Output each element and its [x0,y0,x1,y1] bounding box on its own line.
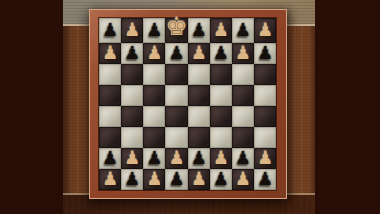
tan-piece[interactable]: ♟ [191,170,207,188]
square-e7[interactable]: ♟ [188,43,210,64]
square-a3[interactable] [99,127,121,148]
square-h6[interactable] [254,64,276,85]
square-f7[interactable]: ♟ [210,43,232,64]
square-g8[interactable]: ♟ [232,18,254,43]
square-g7[interactable]: ♟ [232,43,254,64]
black-piece[interactable]: ♟ [168,44,184,62]
tan-piece[interactable]: ♟ [124,149,140,167]
square-f3[interactable] [210,127,232,148]
black-piece[interactable]: ♟ [124,44,140,62]
square-d3[interactable] [165,127,187,148]
tan-piece[interactable]: ♟ [102,44,118,62]
square-h4[interactable] [254,106,276,127]
square-c8[interactable]: ♟ [143,18,165,43]
tan-piece[interactable]: ♟ [213,21,229,39]
square-g3[interactable] [232,127,254,148]
black-piece[interactable]: ♟ [146,21,162,39]
square-e4[interactable] [188,106,210,127]
black-piece[interactable]: ♟ [235,21,251,39]
square-c7[interactable]: ♟ [143,43,165,64]
square-e6[interactable] [188,64,210,85]
black-piece[interactable]: ♟ [257,170,273,188]
black-piece[interactable]: ♟ [102,149,118,167]
square-e5[interactable] [188,85,210,106]
square-c4[interactable] [143,106,165,127]
square-d4[interactable] [165,106,187,127]
square-e8[interactable]: ♟ [188,18,210,43]
square-h2[interactable]: ♟ [254,148,276,169]
square-g2[interactable]: ♟ [232,148,254,169]
square-b6[interactable] [121,64,143,85]
tan-piece[interactable]: ♟ [213,149,229,167]
square-b3[interactable] [121,127,143,148]
square-c2[interactable]: ♟ [143,148,165,169]
square-e2[interactable]: ♟ [188,148,210,169]
square-a2[interactable]: ♟ [99,148,121,169]
tan-piece[interactable]: ♟ [168,149,184,167]
square-c1[interactable]: ♟ [143,169,165,190]
square-a5[interactable] [99,85,121,106]
tan-piece[interactable]: ♟ [124,21,140,39]
square-a6[interactable] [99,64,121,85]
chess-board: ♟♟♟♚♟♟♟♟♟♟♟♟♟♟♟♟♟♟♟♟♟♟♟♟♟♟♟♟♟♟♟♟ [89,9,287,199]
square-f2[interactable]: ♟ [210,148,232,169]
black-piece[interactable]: ♟ [213,44,229,62]
square-f4[interactable] [210,106,232,127]
scene: ♟♟♟♚♟♟♟♟♟♟♟♟♟♟♟♟♟♟♟♟♟♟♟♟♟♟♟♟♟♟♟♟ [0,0,380,214]
square-g6[interactable] [232,64,254,85]
square-b8[interactable]: ♟ [121,18,143,43]
square-b5[interactable] [121,85,143,106]
black-piece[interactable]: ♟ [168,170,184,188]
board-grid: ♟♟♟♚♟♟♟♟♟♟♟♟♟♟♟♟♟♟♟♟♟♟♟♟♟♟♟♟♟♟♟♟ [99,18,276,190]
square-e3[interactable] [188,127,210,148]
square-b2[interactable]: ♟ [121,148,143,169]
square-g1[interactable]: ♟ [232,169,254,190]
tan-piece[interactable]: ♟ [235,44,251,62]
square-e1[interactable]: ♟ [188,169,210,190]
square-c5[interactable] [143,85,165,106]
square-d6[interactable] [165,64,187,85]
square-d1[interactable]: ♟ [165,169,187,190]
square-c6[interactable] [143,64,165,85]
square-f1[interactable]: ♟ [210,169,232,190]
square-h3[interactable] [254,127,276,148]
square-b4[interactable] [121,106,143,127]
tan-piece[interactable]: ♟ [191,44,207,62]
table-photo: ♟♟♟♚♟♟♟♟♟♟♟♟♟♟♟♟♟♟♟♟♟♟♟♟♟♟♟♟♟♟♟♟ [63,0,315,214]
tan-piece[interactable]: ♟ [102,170,118,188]
black-piece[interactable]: ♟ [146,149,162,167]
square-f8[interactable]: ♟ [210,18,232,43]
square-h1[interactable]: ♟ [254,169,276,190]
tan-king-piece[interactable]: ♚ [165,14,187,39]
square-a7[interactable]: ♟ [99,43,121,64]
square-h5[interactable] [254,85,276,106]
square-b7[interactable]: ♟ [121,43,143,64]
black-piece[interactable]: ♟ [102,21,118,39]
tan-piece[interactable]: ♟ [257,149,273,167]
black-piece[interactable]: ♟ [235,149,251,167]
square-d2[interactable]: ♟ [165,148,187,169]
square-d8[interactable]: ♚ [165,18,187,43]
square-a1[interactable]: ♟ [99,169,121,190]
black-piece[interactable]: ♟ [257,44,273,62]
black-piece[interactable]: ♟ [191,149,207,167]
square-d7[interactable]: ♟ [165,43,187,64]
square-g4[interactable] [232,106,254,127]
square-f5[interactable] [210,85,232,106]
square-g5[interactable] [232,85,254,106]
square-d5[interactable] [165,85,187,106]
tan-piece[interactable]: ♟ [146,44,162,62]
tan-piece[interactable]: ♟ [257,21,273,39]
square-a8[interactable]: ♟ [99,18,121,43]
tan-piece[interactable]: ♟ [235,170,251,188]
square-f6[interactable] [210,64,232,85]
square-b1[interactable]: ♟ [121,169,143,190]
square-c3[interactable] [143,127,165,148]
square-h8[interactable]: ♟ [254,18,276,43]
square-h7[interactable]: ♟ [254,43,276,64]
black-piece[interactable]: ♟ [191,21,207,39]
tan-piece[interactable]: ♟ [146,170,162,188]
square-a4[interactable] [99,106,121,127]
black-piece[interactable]: ♟ [124,170,140,188]
black-piece[interactable]: ♟ [213,170,229,188]
